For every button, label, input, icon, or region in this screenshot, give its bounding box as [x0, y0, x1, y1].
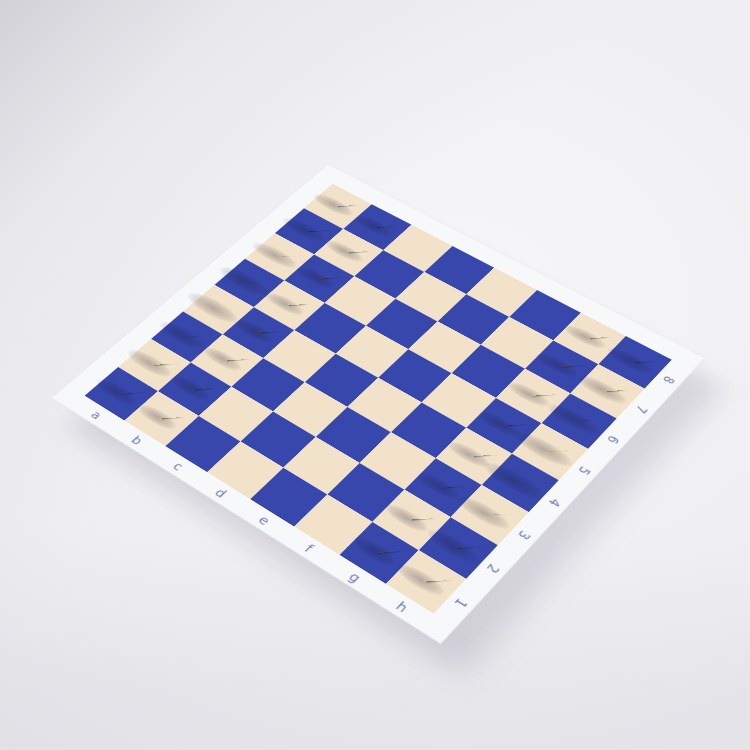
white-pawn-glyph: ♟ [109, 316, 208, 425]
white-pawn-b1[interactable]: ♟ [109, 316, 208, 425]
board-grid: ♜♞♝♚♛♝♞♜♟♟♟♟♟♟♟♟♟♟♟♟♟♟♟♟♜♞♝♚♛♝♞♜ [85, 184, 672, 614]
black-rook-h1[interactable]: ♜ [364, 459, 481, 588]
studio-backdrop: ♜♞♝♚♛♝♞♜♟♟♟♟♟♟♟♟♟♟♟♟♟♟♟♟♜♞♝♚♛♝♞♜ abcdefg… [0, 0, 750, 750]
scene: ♜♞♝♚♛♝♞♜♟♟♟♟♟♟♟♟♟♟♟♟♟♟♟♟♜♞♝♚♛♝♞♜ abcdefg… [0, 0, 750, 750]
chess-board: ♜♞♝♚♛♝♞♜♟♟♟♟♟♟♟♟♟♟♟♟♟♟♟♟♜♞♝♚♛♝♞♜ abcdefg… [51, 164, 706, 645]
black-rook-glyph: ♜ [364, 459, 481, 588]
